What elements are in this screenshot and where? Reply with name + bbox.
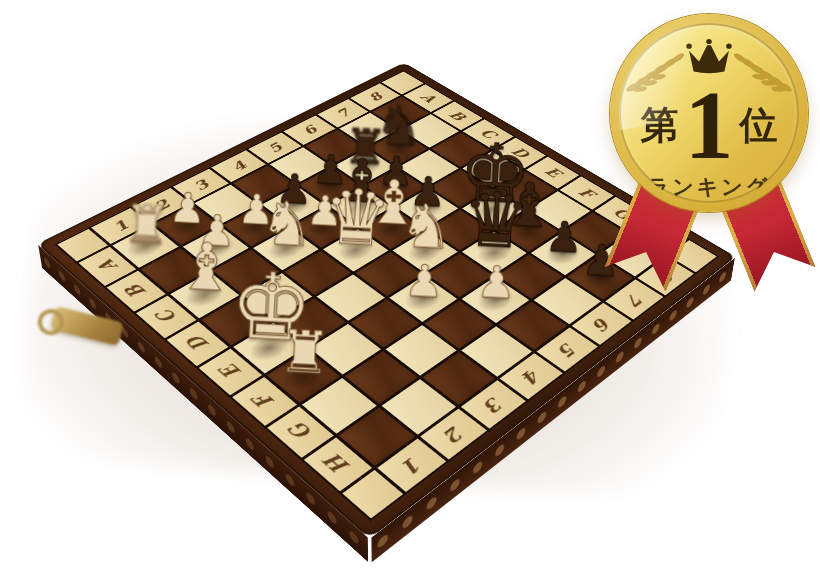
rank-number: 1	[685, 76, 734, 174]
white-knight-glyph: ♞	[259, 194, 316, 254]
white-knight-glyph: ♞	[398, 197, 455, 257]
crown-icon	[680, 36, 738, 78]
medal: 第 1 位 ランキング	[610, 14, 808, 212]
laurel-left-icon	[626, 49, 686, 95]
black-queen-glyph: ♛	[460, 183, 532, 258]
rank-text: 第 1 位	[619, 73, 799, 177]
product-image-chess-set: 12345678AABBCCDDEEFFGGHH12345678 ♜♟♟♟♝♞♟…	[0, 0, 820, 581]
white-pawn-glyph: ♟	[403, 260, 444, 304]
rank-suffix: 位	[740, 100, 778, 151]
white-rook-glyph: ♜	[277, 324, 332, 382]
white-pawn-glyph: ♟	[476, 261, 517, 304]
ranking-badge: 第 1 位 ランキング	[600, 6, 820, 298]
white-rook-glyph: ♜	[122, 199, 172, 251]
black-pawn-glyph: ♟	[544, 217, 583, 259]
rank-prefix: 第	[641, 100, 679, 151]
white-queen-glyph: ♛	[321, 180, 393, 256]
white-bishop-glyph: ♝	[175, 236, 237, 301]
